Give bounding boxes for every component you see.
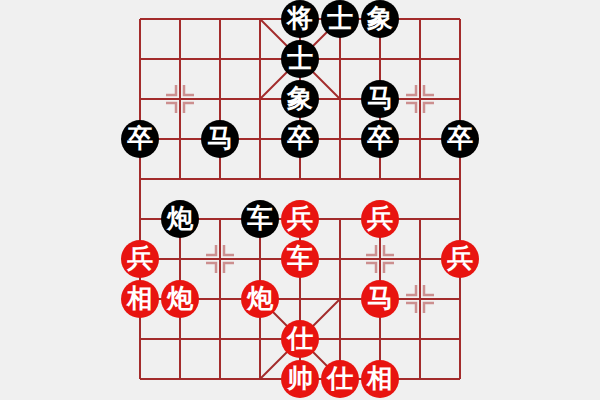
piece-red-chariot[interactable]: 车 — [281, 240, 319, 278]
piece-red-horse[interactable]: 马 — [361, 280, 399, 318]
piece-red-soldier[interactable]: 兵 — [121, 240, 159, 278]
piece-black-horse[interactable]: 马 — [361, 80, 399, 118]
piece-black-advisor[interactable]: 士 — [321, 0, 359, 38]
piece-red-elephant[interactable]: 相 — [361, 360, 399, 398]
pieces-layer: 将士象士象马卒马卒卒卒炮车兵兵兵车兵相炮炮马仕帅仕相 — [120, 0, 480, 399]
piece-black-soldier[interactable]: 卒 — [281, 120, 319, 158]
piece-black-elephant[interactable]: 象 — [361, 0, 399, 38]
xiangqi-board: 将士象士象马卒马卒卒卒炮车兵兵兵车兵相炮炮马仕帅仕相 — [0, 0, 600, 400]
piece-black-general[interactable]: 将 — [281, 0, 319, 38]
piece-red-advisor[interactable]: 仕 — [281, 320, 319, 358]
piece-red-elephant[interactable]: 相 — [121, 280, 159, 318]
piece-black-chariot[interactable]: 车 — [241, 200, 279, 238]
piece-red-soldier[interactable]: 兵 — [281, 200, 319, 238]
piece-red-soldier[interactable]: 兵 — [361, 200, 399, 238]
piece-red-general[interactable]: 帅 — [281, 360, 319, 398]
piece-red-advisor[interactable]: 仕 — [321, 360, 359, 398]
piece-black-soldier[interactable]: 卒 — [121, 120, 159, 158]
piece-black-advisor[interactable]: 士 — [281, 40, 319, 78]
piece-black-cannon[interactable]: 炮 — [161, 200, 199, 238]
piece-black-soldier[interactable]: 卒 — [441, 120, 479, 158]
piece-red-soldier[interactable]: 兵 — [441, 240, 479, 278]
piece-red-cannon[interactable]: 炮 — [161, 280, 199, 318]
piece-black-elephant[interactable]: 象 — [281, 80, 319, 118]
piece-black-horse[interactable]: 马 — [201, 120, 239, 158]
piece-red-cannon[interactable]: 炮 — [241, 280, 279, 318]
piece-black-soldier[interactable]: 卒 — [361, 120, 399, 158]
